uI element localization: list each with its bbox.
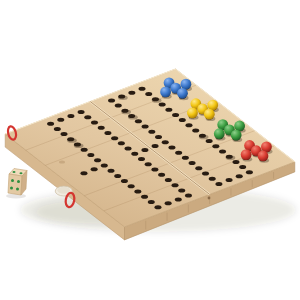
board-hole [91, 120, 98, 124]
die-pip-front [10, 187, 13, 190]
board-hole [185, 194, 192, 198]
board-hole [236, 174, 243, 178]
board-hole [154, 205, 161, 209]
board-hole [118, 141, 125, 145]
board-hole [215, 182, 222, 186]
board-hole [141, 148, 148, 152]
board-hole [80, 171, 87, 175]
board-hole [152, 144, 159, 148]
board-hole [246, 170, 253, 174]
board-hole [57, 118, 64, 122]
board-hole [87, 153, 94, 157]
board-hole [111, 136, 118, 140]
board-hole [141, 195, 148, 199]
board-hole [178, 188, 185, 192]
board-hole [78, 110, 85, 114]
board-hole [142, 125, 149, 129]
board-hole [104, 131, 111, 135]
board-hole [179, 118, 186, 122]
board-hole [54, 127, 61, 131]
board-hole [47, 122, 54, 126]
die-pip-top [20, 172, 23, 174]
board-hole [189, 161, 196, 165]
peg-contact-shadow [67, 138, 77, 143]
peg-yellow[interactable] [187, 107, 198, 118]
board-hole [185, 123, 192, 127]
wood-knot [59, 160, 65, 163]
peg-contact-shadow [118, 95, 128, 100]
board-hole [134, 190, 141, 194]
barricade-board-photo [0, 0, 300, 300]
board-hole [145, 92, 152, 96]
board-hole [151, 167, 158, 171]
board-hole [125, 147, 132, 151]
peg-contact-shadow [226, 156, 236, 161]
board-hole [91, 167, 98, 171]
product-photo [0, 0, 300, 300]
peg-red[interactable] [258, 151, 269, 162]
board-hole [128, 184, 135, 188]
board-hole [155, 135, 162, 139]
peg-contact-shadow [152, 98, 162, 103]
board-hole [98, 126, 105, 130]
board-hole [206, 139, 213, 143]
board-hole [128, 91, 135, 95]
board-hole [61, 132, 68, 136]
board-hole [114, 174, 121, 178]
board-hole [138, 157, 145, 161]
board-hole [232, 160, 239, 164]
board-hole [139, 87, 146, 91]
board-hole [131, 152, 138, 156]
peg-contact-shadow [121, 110, 131, 115]
board-hole [202, 172, 209, 176]
board-hole [168, 145, 175, 149]
peg-green[interactable] [231, 130, 242, 141]
board-hole [121, 179, 128, 183]
board-hole [145, 162, 152, 166]
board-hole [135, 119, 142, 123]
board-hole [159, 102, 166, 106]
die-pip-front [11, 179, 14, 182]
board-hole [148, 130, 155, 134]
board-hole [195, 166, 202, 170]
board-hole [209, 177, 216, 181]
board-hole [115, 104, 122, 108]
board-hole [219, 149, 226, 153]
board-hole [165, 108, 172, 112]
peg-red[interactable] [241, 149, 252, 160]
die-pip-top [13, 171, 16, 173]
die-pip-front [17, 180, 20, 183]
board-hole [148, 200, 155, 204]
board-hole [108, 98, 115, 102]
peg-green[interactable] [214, 128, 225, 139]
wooden-die[interactable] [6, 169, 27, 199]
side-clasp-hole [208, 197, 211, 200]
board-hole [226, 178, 233, 182]
board-hole [84, 115, 91, 119]
board-hole [182, 156, 189, 160]
peg-contact-shadow [74, 143, 84, 148]
board-hole [67, 114, 74, 118]
board-hole [192, 129, 199, 133]
board-hole [175, 151, 182, 155]
die-pip-front [16, 188, 19, 191]
peg-contact-shadow [199, 135, 209, 140]
board-hole [172, 183, 179, 187]
die-front-face [8, 174, 22, 195]
board-hole [165, 178, 172, 182]
board-hole [101, 163, 108, 167]
board-hole [239, 165, 246, 169]
board-hole [165, 201, 172, 205]
board-hole [158, 173, 165, 177]
board-hole [175, 197, 182, 201]
board-hole [172, 113, 179, 117]
board-hole [81, 148, 88, 152]
peg-blue[interactable] [177, 88, 188, 99]
board-hole [212, 144, 219, 148]
board-hole [108, 169, 115, 173]
peg-yellow[interactable] [204, 109, 215, 120]
peg-contact-shadow [128, 115, 138, 120]
board-hole [162, 140, 169, 144]
board-hole [94, 158, 101, 162]
peg-blue[interactable] [160, 87, 171, 98]
